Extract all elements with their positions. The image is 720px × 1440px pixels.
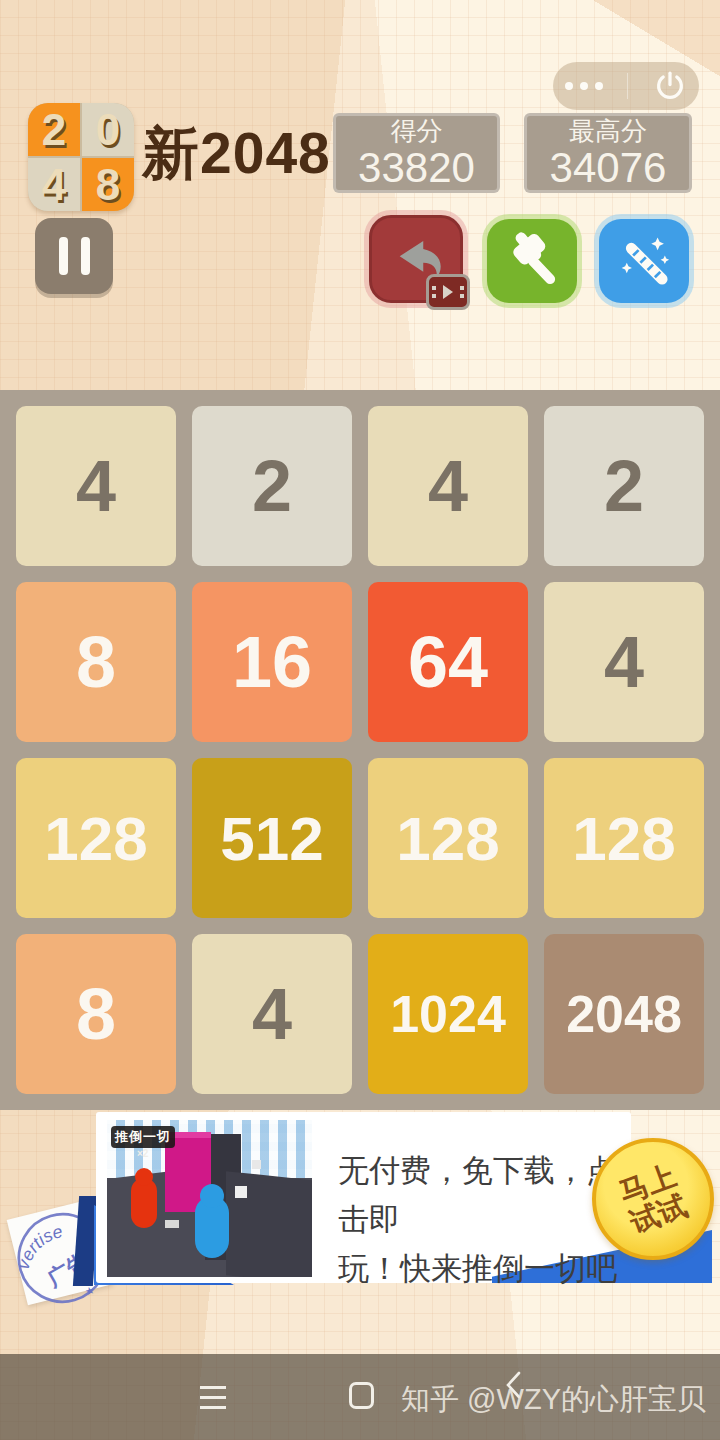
ad-cta-button[interactable]: 马上 试试 [592, 1138, 714, 1260]
app-icon-tile: 0 [82, 103, 134, 156]
app-icon: 2048 [28, 103, 134, 211]
power-icon[interactable] [653, 69, 687, 103]
phone-screen: 2048 新2048 得分 33820 最高分 34076 [0, 0, 720, 1440]
tile-2: 2 [192, 406, 352, 566]
best-score-box: 最高分 34076 [524, 113, 692, 193]
app-icon-tile: 2 [28, 103, 80, 156]
best-score-value: 34076 [550, 146, 667, 190]
hammer-button[interactable] [487, 219, 577, 303]
tile-2048: 2048 [544, 934, 704, 1094]
more-options-icon[interactable] [565, 82, 603, 90]
capsule-divider [627, 73, 628, 99]
ad-text-line1: 无付费，免下载，点击即 [338, 1146, 623, 1244]
tile-128: 128 [368, 758, 528, 918]
app-title: 新2048 [142, 116, 332, 193]
tile-2: 2 [544, 406, 704, 566]
tile-128: 128 [16, 758, 176, 918]
recents-menu-icon[interactable] [200, 1386, 226, 1409]
ad-text-line2: 玩！快来推倒一切吧 [338, 1244, 623, 1293]
thumb-blue-character [195, 1196, 229, 1258]
hammer-icon [502, 232, 562, 290]
zhihu-watermark: 知乎 @WZY的心肝宝贝 [401, 1380, 706, 1420]
magic-wand-button[interactable] [599, 219, 689, 303]
best-score-label: 最高分 [569, 116, 647, 146]
tile-4: 4 [368, 406, 528, 566]
thumb-red-character [131, 1178, 157, 1228]
tile-4: 4 [192, 934, 352, 1094]
thumb-game-logo: 推倒一切 [111, 1126, 175, 1148]
ad-video-badge-icon [426, 274, 470, 310]
app-icon-tile: 4 [28, 158, 80, 211]
tile-4: 4 [16, 406, 176, 566]
thumb-cube [252, 1160, 261, 1169]
pause-button[interactable] [35, 218, 113, 294]
score-box: 得分 33820 [333, 113, 500, 193]
score-value: 33820 [358, 146, 475, 190]
thumb-multiplier: ×2 [137, 1148, 148, 1159]
app-icon-tile: 8 [82, 158, 134, 211]
magic-wand-icon [614, 232, 674, 290]
undo-button[interactable] [369, 215, 463, 303]
tile-512: 512 [192, 758, 352, 918]
board[interactable]: 42428166441285121281288410242048 [0, 390, 720, 1110]
tile-1024: 1024 [368, 934, 528, 1094]
tile-4: 4 [544, 582, 704, 742]
tile-16: 16 [192, 582, 352, 742]
tile-128: 128 [544, 758, 704, 918]
pause-icon [59, 237, 68, 275]
tile-64: 64 [368, 582, 528, 742]
ad-game-thumbnail[interactable]: 推倒一切 ×2 [107, 1120, 312, 1277]
ad-text: 无付费，免下载，点击即 玩！快来推倒一切吧 [338, 1146, 623, 1293]
pause-icon [81, 237, 90, 275]
thumb-cube [165, 1220, 179, 1228]
thumb-cube [235, 1186, 247, 1198]
score-label: 得分 [391, 116, 443, 146]
system-capsule[interactable] [553, 62, 699, 110]
tile-8: 8 [16, 934, 176, 1094]
tile-8: 8 [16, 582, 176, 742]
ad-stamp-star: ★ [84, 1284, 96, 1297]
home-icon[interactable] [349, 1382, 374, 1409]
